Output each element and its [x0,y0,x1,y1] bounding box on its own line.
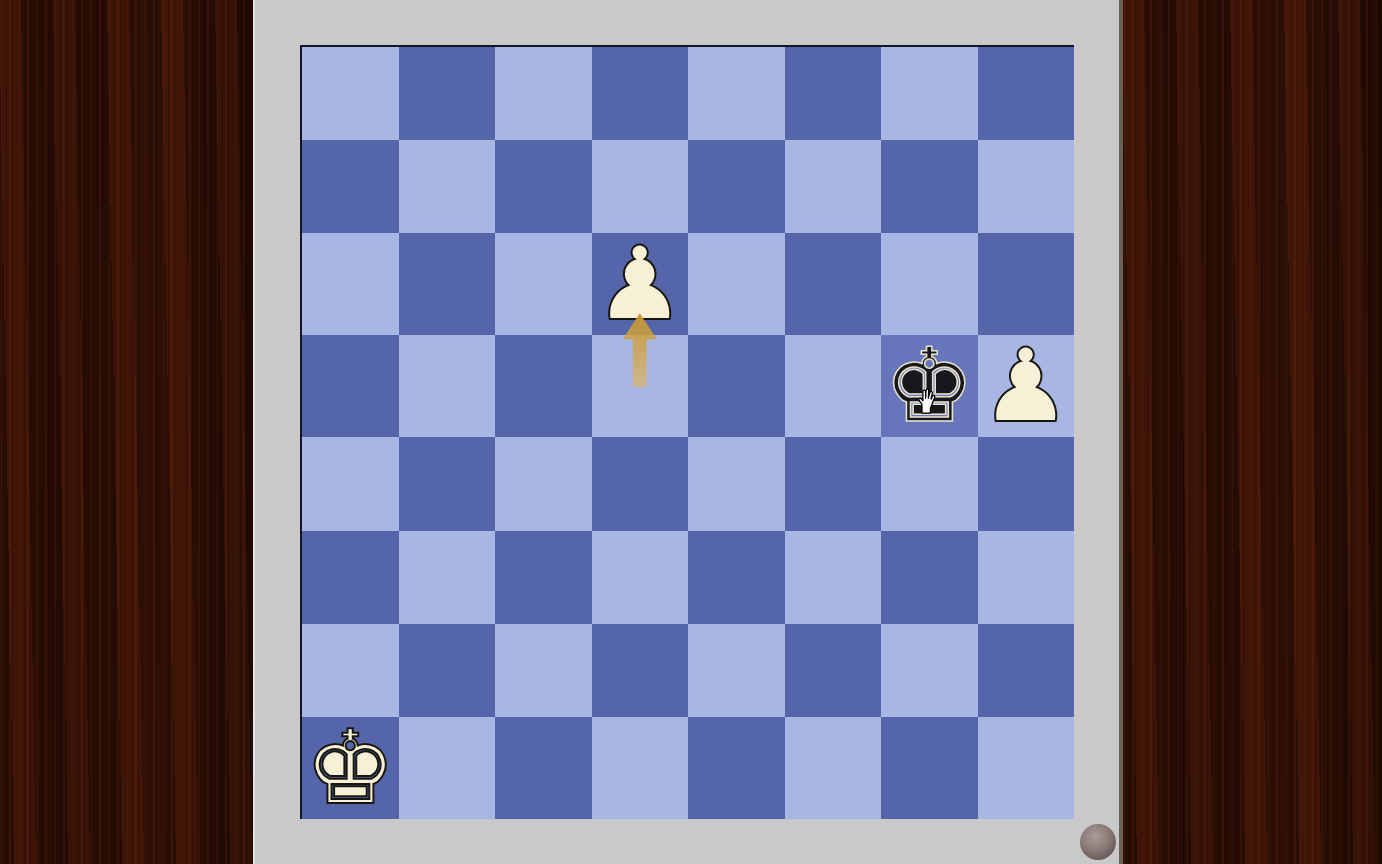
square-b3[interactable] [399,531,496,624]
square-e3[interactable] [688,531,785,624]
wood-background-right [1123,0,1382,864]
square-h5[interactable]: ♟ [978,335,1075,437]
wood-background-left [0,0,253,864]
square-b1[interactable] [399,717,496,819]
square-e5[interactable] [688,335,785,437]
square-e8[interactable] [688,47,785,140]
square-a8[interactable] [302,47,399,140]
square-f8[interactable] [785,47,882,140]
file-labels [302,819,1074,864]
square-d2[interactable] [592,624,689,717]
chess-board: ♟♚♟♚ [300,45,1074,819]
square-f3[interactable] [785,531,882,624]
square-h4[interactable] [978,437,1075,530]
square-c6[interactable] [495,233,592,335]
square-h3[interactable] [978,531,1075,624]
square-h1[interactable] [978,717,1075,819]
square-a7[interactable] [302,140,399,233]
square-g2[interactable] [881,624,978,717]
square-e1[interactable] [688,717,785,819]
square-g8[interactable] [881,47,978,140]
white-king[interactable]: ♚ [305,717,396,819]
square-d5[interactable] [592,335,689,437]
square-f7[interactable] [785,140,882,233]
square-g7[interactable] [881,140,978,233]
square-f6[interactable] [785,233,882,335]
square-c1[interactable] [495,717,592,819]
square-h6[interactable] [978,233,1075,335]
square-c4[interactable] [495,437,592,530]
square-f5[interactable] [785,335,882,437]
square-c5[interactable] [495,335,592,437]
square-a6[interactable] [302,233,399,335]
square-b6[interactable] [399,233,496,335]
square-h2[interactable] [978,624,1075,717]
white-pawn[interactable]: ♟ [980,335,1071,437]
square-c7[interactable] [495,140,592,233]
square-a2[interactable] [302,624,399,717]
white-pawn[interactable]: ♟ [594,233,685,335]
square-d7[interactable] [592,140,689,233]
square-b4[interactable] [399,437,496,530]
square-a3[interactable] [302,531,399,624]
square-b7[interactable] [399,140,496,233]
square-c8[interactable] [495,47,592,140]
square-g4[interactable] [881,437,978,530]
square-b5[interactable] [399,335,496,437]
square-h8[interactable] [978,47,1075,140]
square-d1[interactable] [592,717,689,819]
square-d6[interactable]: ♟ [592,233,689,335]
square-g6[interactable] [881,233,978,335]
square-g3[interactable] [881,531,978,624]
square-h7[interactable] [978,140,1075,233]
board-frame: ♟♚♟♚ [253,0,1123,864]
square-f4[interactable] [785,437,882,530]
square-e2[interactable] [688,624,785,717]
square-e7[interactable] [688,140,785,233]
square-d3[interactable] [592,531,689,624]
corner-knob [1080,824,1116,860]
square-a5[interactable] [302,335,399,437]
square-c3[interactable] [495,531,592,624]
square-g1[interactable] [881,717,978,819]
square-d8[interactable] [592,47,689,140]
square-a4[interactable] [302,437,399,530]
square-c2[interactable] [495,624,592,717]
rank-labels [255,45,300,817]
square-f1[interactable] [785,717,882,819]
square-e6[interactable] [688,233,785,335]
black-king[interactable]: ♚ [884,335,975,437]
square-d4[interactable] [592,437,689,530]
square-b8[interactable] [399,47,496,140]
square-e4[interactable] [688,437,785,530]
square-b2[interactable] [399,624,496,717]
square-g5[interactable]: ♚ [881,335,978,437]
square-a1[interactable]: ♚ [302,717,399,819]
square-f2[interactable] [785,624,882,717]
